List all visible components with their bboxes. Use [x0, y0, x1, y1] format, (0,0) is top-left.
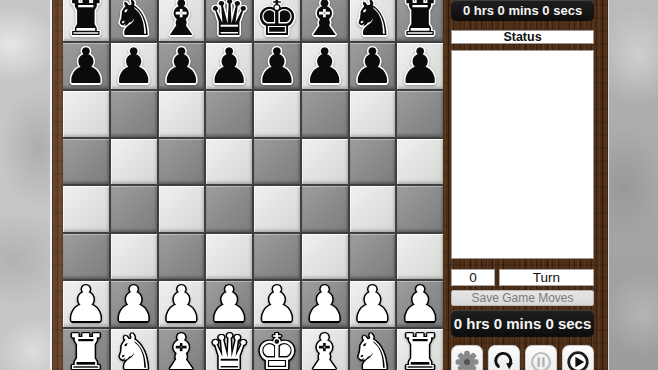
square-f7[interactable]: ♟	[302, 43, 348, 89]
square-d8[interactable]: ♛	[206, 0, 252, 41]
sidebar: 0 hrs 0 mins 0 secs Status 0 Turn Save G…	[451, 0, 594, 370]
square-b8[interactable]: ♞	[111, 0, 157, 41]
square-b6[interactable]	[111, 91, 157, 137]
pause-button[interactable]	[525, 345, 557, 370]
square-a4[interactable]	[63, 186, 109, 232]
play-button[interactable]	[562, 345, 594, 370]
black-pawn[interactable]: ♟	[112, 43, 156, 89]
black-knight[interactable]: ♞	[112, 0, 156, 41]
white-pawn[interactable]: ♟	[112, 281, 156, 327]
white-pawn[interactable]: ♟	[255, 281, 299, 327]
square-d5[interactable]	[206, 139, 252, 185]
square-d2[interactable]: ♟	[206, 281, 252, 327]
black-pawn[interactable]: ♟	[159, 43, 203, 89]
square-a8[interactable]: ♜	[63, 0, 109, 41]
square-h1[interactable]: ♜	[397, 329, 443, 370]
square-e3[interactable]	[254, 234, 300, 280]
pause-icon	[528, 349, 554, 370]
black-rook[interactable]: ♜	[64, 0, 108, 41]
square-a5[interactable]	[63, 139, 109, 185]
square-e8[interactable]: ♚	[254, 0, 300, 41]
game-timer-top-text: 0 hrs 0 mins 0 secs	[463, 3, 582, 18]
square-h5[interactable]	[397, 139, 443, 185]
square-d6[interactable]	[206, 91, 252, 137]
square-f3[interactable]	[302, 234, 348, 280]
square-d1[interactable]: ♛	[206, 329, 252, 370]
game-timer-top: 0 hrs 0 mins 0 secs	[451, 0, 594, 21]
square-f5[interactable]	[302, 139, 348, 185]
turn-number-field: 0	[451, 269, 495, 286]
turn-label-text: Turn	[533, 270, 560, 285]
white-knight[interactable]: ♞	[350, 329, 394, 370]
square-f4[interactable]	[302, 186, 348, 232]
square-f6[interactable]	[302, 91, 348, 137]
status-header: Status	[451, 30, 594, 44]
white-knight[interactable]: ♞	[112, 329, 156, 370]
turn-label-field: Turn	[499, 269, 594, 286]
square-e1[interactable]: ♚	[254, 329, 300, 370]
square-h6[interactable]	[397, 91, 443, 137]
white-bishop[interactable]: ♝	[159, 329, 203, 370]
black-pawn[interactable]: ♟	[207, 43, 251, 89]
square-a3[interactable]	[63, 234, 109, 280]
black-pawn[interactable]: ♟	[350, 43, 394, 89]
black-pawn[interactable]: ♟	[303, 43, 347, 89]
white-rook[interactable]: ♜	[64, 329, 108, 370]
square-e6[interactable]	[254, 91, 300, 137]
stone-background-right	[608, 0, 658, 370]
square-d3[interactable]	[206, 234, 252, 280]
square-f2[interactable]: ♟	[302, 281, 348, 327]
square-c3[interactable]	[159, 234, 205, 280]
white-pawn[interactable]: ♟	[64, 281, 108, 327]
black-bishop[interactable]: ♝	[303, 0, 347, 41]
white-rook[interactable]: ♜	[398, 329, 442, 370]
square-a1[interactable]: ♜	[63, 329, 109, 370]
black-pawn[interactable]: ♟	[64, 43, 108, 89]
white-queen[interactable]: ♛	[207, 329, 251, 370]
black-pawn[interactable]: ♟	[398, 43, 442, 89]
white-king[interactable]: ♚	[255, 329, 299, 370]
save-game-moves-label: Save Game Moves	[471, 291, 573, 305]
square-d4[interactable]	[206, 186, 252, 232]
square-a2[interactable]: ♟	[63, 281, 109, 327]
save-game-moves-button[interactable]: Save Game Moves	[451, 290, 594, 306]
white-bishop[interactable]: ♝	[303, 329, 347, 370]
square-d7[interactable]: ♟	[206, 43, 252, 89]
square-g6[interactable]	[350, 91, 396, 137]
square-c7[interactable]: ♟	[159, 43, 205, 89]
black-bishop[interactable]: ♝	[159, 0, 203, 41]
white-pawn[interactable]: ♟	[303, 281, 347, 327]
white-pawn[interactable]: ♟	[398, 281, 442, 327]
control-button-row	[451, 345, 594, 370]
gear-icon	[454, 349, 480, 370]
square-c1[interactable]: ♝	[159, 329, 205, 370]
square-e4[interactable]	[254, 186, 300, 232]
square-b5[interactable]	[111, 139, 157, 185]
square-g2[interactable]: ♟	[350, 281, 396, 327]
square-a6[interactable]	[63, 91, 109, 137]
square-h8[interactable]: ♜	[397, 0, 443, 41]
square-b1[interactable]: ♞	[111, 329, 157, 370]
black-knight[interactable]: ♞	[350, 0, 394, 41]
square-c6[interactable]	[159, 91, 205, 137]
square-b2[interactable]: ♟	[111, 281, 157, 327]
settings-button[interactable]	[451, 345, 483, 370]
square-g8[interactable]: ♞	[350, 0, 396, 41]
square-h2[interactable]: ♟	[397, 281, 443, 327]
stone-background-left	[0, 0, 51, 370]
play-icon	[565, 349, 591, 370]
black-rook[interactable]: ♜	[398, 0, 442, 41]
game-timer-bottom: 0 hrs 0 mins 0 secs	[451, 310, 594, 337]
turn-number-value: 0	[469, 270, 477, 285]
status-log	[451, 50, 594, 259]
square-b4[interactable]	[111, 186, 157, 232]
square-h4[interactable]	[397, 186, 443, 232]
status-header-text: Status	[503, 30, 541, 44]
square-a7[interactable]: ♟	[63, 43, 109, 89]
black-pawn[interactable]: ♟	[255, 43, 299, 89]
restart-button[interactable]	[488, 345, 520, 370]
square-b7[interactable]: ♟	[111, 43, 157, 89]
game-timer-bottom-text: 0 hrs 0 mins 0 secs	[454, 315, 592, 332]
black-queen[interactable]: ♛	[207, 0, 251, 41]
square-e5[interactable]	[254, 139, 300, 185]
square-g3[interactable]	[350, 234, 396, 280]
square-e7[interactable]: ♟	[254, 43, 300, 89]
white-pawn[interactable]: ♟	[207, 281, 251, 327]
rotate-arrow-icon	[491, 349, 517, 370]
square-h7[interactable]: ♟	[397, 43, 443, 89]
square-f1[interactable]: ♝	[302, 329, 348, 370]
square-c5[interactable]	[159, 139, 205, 185]
square-b3[interactable]	[111, 234, 157, 280]
square-g1[interactable]: ♞	[350, 329, 396, 370]
square-h3[interactable]	[397, 234, 443, 280]
square-f8[interactable]: ♝	[302, 0, 348, 41]
square-g5[interactable]	[350, 139, 396, 185]
white-pawn[interactable]: ♟	[159, 281, 203, 327]
chess-board[interactable]: ♜♞♝♛♚♝♞♜♟♟♟♟♟♟♟♟♟♟♟♟♟♟♟♟♜♞♝♛♚♝♞♜	[63, 0, 443, 370]
chess-app: ♜♞♝♛♚♝♞♜♟♟♟♟♟♟♟♟♟♟♟♟♟♟♟♟♜♞♝♛♚♝♞♜ 0 hrs 0…	[0, 0, 658, 370]
square-c8[interactable]: ♝	[159, 0, 205, 41]
square-g7[interactable]: ♟	[350, 43, 396, 89]
white-pawn[interactable]: ♟	[350, 281, 394, 327]
square-g4[interactable]	[350, 186, 396, 232]
square-e2[interactable]: ♟	[254, 281, 300, 327]
square-c2[interactable]: ♟	[159, 281, 205, 327]
black-king[interactable]: ♚	[255, 0, 299, 41]
square-c4[interactable]	[159, 186, 205, 232]
